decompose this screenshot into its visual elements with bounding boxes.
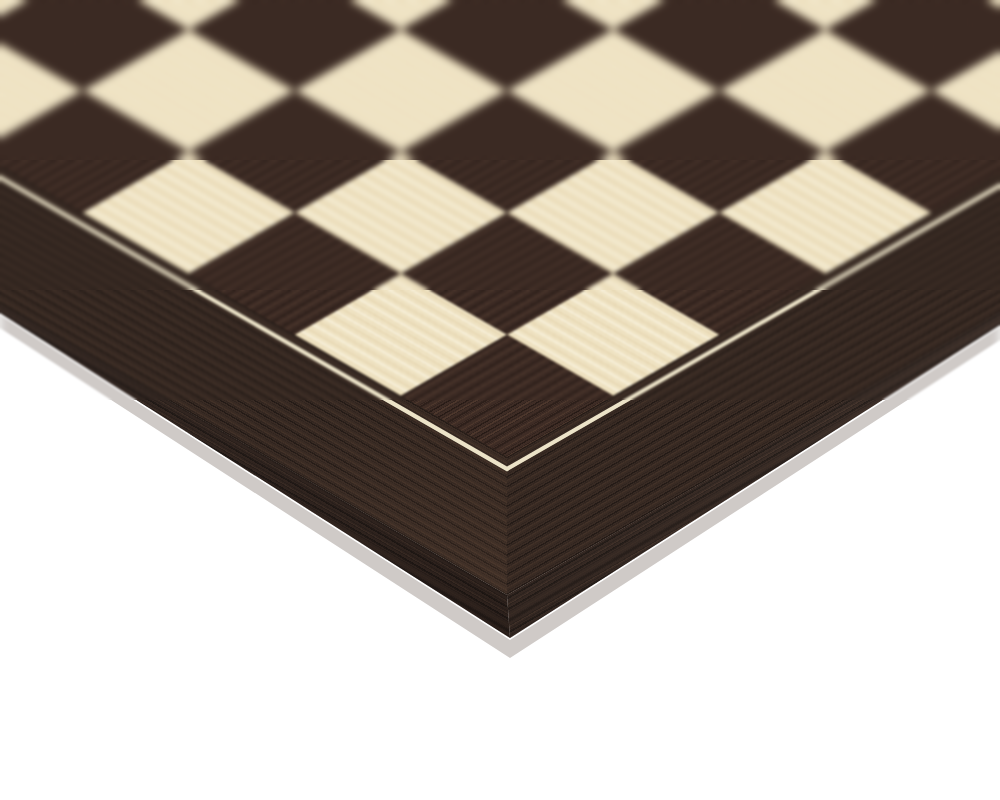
board-top-surface [0, 0, 1000, 595]
photo-stage [0, 0, 1000, 800]
chess-board [0, 0, 1000, 595]
